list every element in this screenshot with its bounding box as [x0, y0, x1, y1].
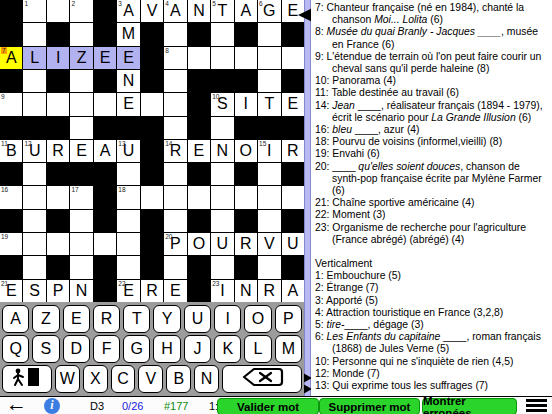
grid-cell-r11c3[interactable] [47, 233, 69, 255]
validate-word-button[interactable]: Valider mot [217, 398, 319, 414]
key-U[interactable]: U [184, 305, 211, 333]
grid-cell-r4c3 [47, 70, 69, 92]
clue-number: 22: [315, 209, 332, 220]
grid-cell-r8c6[interactable] [117, 163, 139, 185]
cell-letter: E [287, 96, 298, 112]
clue-number: 13: [315, 380, 332, 391]
grid-cell-r3c7 [141, 47, 163, 69]
grid-cell-r13c8[interactable]: E [164, 280, 186, 302]
grid-cell-r8c9 [188, 163, 210, 185]
clue-down-2[interactable]: 2: Étrange (7) [315, 282, 550, 294]
key-O[interactable]: O [244, 305, 271, 333]
grid-cell-r5c8[interactable] [164, 93, 186, 115]
grid-cell-r3c9[interactable] [188, 47, 210, 69]
cell-letter: A [241, 3, 252, 19]
back-arrow-icon[interactable]: ← [6, 395, 27, 412]
grid-cell-r8c1 [0, 163, 22, 185]
clue-across-11[interactable]: 11: Table destinée au travail (6) [315, 87, 550, 99]
crossword-app: 123AV4AN5TA6GEM7ALIZEE8N9E10SITE11B12URE… [0, 0, 552, 414]
grid-cell-r6c12 [258, 117, 280, 139]
grid-cell-r11c1[interactable]: 19 [0, 233, 22, 255]
cell-number: 7 [1, 47, 7, 54]
clue-down-13[interactable]: 13: Qui exprime tous les suffrages (7) [315, 380, 550, 392]
cell-number: 8 [165, 47, 169, 54]
clue-down-4[interactable]: 4: Attraction touristique en France (3,2… [315, 307, 550, 319]
cell-letter: U [217, 236, 229, 252]
clue-panel: 7: Chanteur française (né en 1984), chan… [311, 0, 552, 396]
grid-cell-r2c8[interactable] [164, 23, 186, 45]
crossword-grid: 123AV4AN5TA6GEM7ALIZEE8N9E10SITE11B12URE… [0, 0, 304, 302]
grid-cell-r4c12[interactable] [258, 70, 280, 92]
cell-number: 22 [118, 280, 125, 287]
grid-cell-r9c4[interactable]: 17 [70, 186, 92, 208]
grid-cell-r2c9 [188, 23, 210, 45]
cell-letter: R [240, 236, 252, 252]
cell-letter: T [264, 96, 274, 112]
clue-across-14[interactable]: 14: Jean ____, réalisateur français (189… [315, 100, 550, 124]
cell-letter: E [194, 143, 205, 159]
key-A[interactable]: A [2, 305, 29, 333]
grid-cell-r5c4[interactable] [70, 93, 92, 115]
key-V[interactable]: V [138, 365, 163, 393]
grid-cell-r6c6 [117, 117, 139, 139]
difficulty-level: D3 [90, 397, 104, 414]
grid-cell-r9c7[interactable] [141, 186, 163, 208]
key-N[interactable]: N [194, 365, 219, 393]
cell-letter: I [56, 50, 60, 66]
clue-number: 6: [315, 331, 327, 342]
grid-cell-r13c9 [188, 280, 210, 302]
clue-number: 5: [315, 319, 327, 330]
grid-cell-r4c6[interactable]: N [117, 70, 139, 92]
cell-number: 23 [212, 280, 219, 287]
grid-cell-r2c12[interactable] [258, 23, 280, 45]
clue-across-18[interactable]: 18: Pourvu de voisins (informel,vieilli)… [315, 136, 550, 148]
grid-cell-r12c6[interactable] [117, 256, 139, 278]
key-Q[interactable]: Q [2, 335, 29, 363]
cell-letter: E [76, 143, 87, 159]
clue-across-9[interactable]: 9: L'étendue de terrain où l'on peut fai… [315, 51, 550, 75]
grid-cell-r12c8[interactable] [164, 256, 186, 278]
grid-cell-r8c8[interactable] [164, 163, 186, 185]
grid-cell-r3c13[interactable] [282, 47, 304, 69]
clue-down-6[interactable]: 6: Les Enfants du capitaine ____, roman … [315, 331, 550, 355]
grid-cell-r9c9[interactable] [188, 186, 210, 208]
cell-letter: N [217, 143, 229, 159]
cell-letter: A [6, 50, 17, 66]
info-icon[interactable]: i [44, 398, 60, 414]
cell-letter: O [240, 143, 252, 159]
grid-cell-r6c7 [141, 117, 163, 139]
grid-cell-r2c6[interactable]: M [117, 23, 139, 45]
grid-cell-r8c7 [141, 163, 163, 185]
clue-number: 12: [315, 368, 332, 379]
grid-cell-r8c10[interactable] [211, 163, 233, 185]
clue-number: 3: [315, 295, 326, 306]
grid-cell-r11c6[interactable] [117, 233, 139, 255]
grid-cell-r4c5 [94, 70, 116, 92]
grid-cell-r2c4[interactable] [70, 23, 92, 45]
show-errors-button[interactable]: Montrer erronées [422, 398, 517, 414]
cell-letter: P [53, 283, 64, 299]
cell-letter: E [100, 50, 111, 66]
clue-across-21[interactable]: 21: Chaîne sportive américaine (4) [315, 197, 550, 209]
cell-letter: I [220, 283, 224, 299]
grid-cell-r3c4[interactable]: Z [70, 47, 92, 69]
clue-number: 8: [315, 26, 327, 37]
grid-cell-r2c13 [282, 23, 304, 45]
cell-letter: N [123, 73, 135, 89]
grid-cell-r3c12[interactable] [258, 47, 280, 69]
cell-letter: I [267, 143, 271, 159]
grid-cell-r10c9 [188, 210, 210, 232]
grid-cell-r4c9 [188, 70, 210, 92]
clue-number: 9: [315, 51, 327, 62]
puzzle-number: #177 [164, 397, 188, 414]
cell-number: 2 [71, 0, 75, 7]
cell-number: 10 [212, 93, 219, 100]
cell-number: 3 [118, 0, 122, 7]
grid-cell-r5c12[interactable]: T [258, 93, 280, 115]
key-E[interactable]: E [63, 305, 90, 333]
grid-cell-r11c9[interactable]: O [188, 233, 210, 255]
grid-cell-r7c1[interactable]: 11B [0, 140, 22, 162]
grid-cell-r2c5 [94, 23, 116, 45]
grid-cell-r2c10[interactable] [211, 23, 233, 45]
grid-cell-r9c13[interactable] [282, 186, 304, 208]
clue-down-10[interactable]: 10: Personne qui ne s'inquiète de rien (… [315, 356, 550, 368]
grid-cell-r12c13 [282, 256, 304, 278]
grid-cell-r3c11[interactable] [235, 47, 257, 69]
grid-cell-r4c8[interactable] [164, 70, 186, 92]
grid-cell-r4c10 [211, 70, 233, 92]
cell-letter: R [146, 283, 158, 299]
keyboard-row-2: QSDFGHJKLM [0, 335, 304, 363]
clue-number: 1: [315, 270, 327, 281]
clue-across-7[interactable]: 7: Chanteur française (né en 1984), chan… [315, 2, 550, 26]
key-Y[interactable]: Y [153, 305, 180, 333]
clue-across-10[interactable]: 10: Panorama (4) [315, 75, 550, 87]
cell-letter: A [287, 283, 298, 299]
grid-cell-r11c4[interactable] [70, 233, 92, 255]
grid-cell-r12c5 [94, 256, 116, 278]
grid-cell-r5c3[interactable] [47, 93, 69, 115]
menu-icon[interactable] [526, 399, 547, 412]
cell-letter: N [76, 283, 88, 299]
grid-cell-r1c6[interactable]: 3A [117, 0, 139, 22]
grid-cell-r2c1 [0, 23, 22, 45]
grid-cell-r13c3[interactable]: P [47, 280, 69, 302]
clue-number: 10: [315, 75, 332, 86]
key-J[interactable]: J [184, 335, 211, 363]
grid-cell-r1c11[interactable]: A [235, 0, 257, 22]
grid-cell-r12c2[interactable] [23, 256, 45, 278]
key-D[interactable]: D [63, 335, 90, 363]
grid-cell-r1c12[interactable]: 6G [258, 0, 280, 22]
key-S[interactable]: S [32, 335, 59, 363]
grid-cell-r13c11[interactable]: N [235, 280, 257, 302]
cell-number: 12 [24, 140, 31, 147]
grid-cell-r9c8[interactable] [164, 186, 186, 208]
clue-number: 11: [315, 87, 331, 98]
grid-cell-r6c9 [188, 117, 210, 139]
cell-letter: E [287, 3, 298, 19]
cell-letter: R [264, 283, 276, 299]
grid-cell-r13c6[interactable]: 22E [117, 280, 139, 302]
cell-letter: N [193, 3, 205, 19]
key-B[interactable]: B [166, 365, 191, 393]
grid-cell-r12c10[interactable] [211, 256, 233, 278]
clue-panel-scrollbar[interactable] [304, 0, 311, 396]
grid-cell-r12c1 [0, 256, 22, 278]
grid-cell-r8c2[interactable] [23, 163, 45, 185]
cell-letter: E [123, 50, 134, 66]
key-X[interactable]: X [83, 365, 108, 393]
clue-number: 21: [315, 197, 332, 208]
grid-cell-r9c2[interactable] [23, 186, 45, 208]
cell-letter: E [123, 96, 134, 112]
cell-letter: T [217, 3, 227, 19]
cell-number: 15 [259, 140, 266, 147]
clue-number: 7: [315, 2, 327, 13]
grid-cell-r10c1 [0, 210, 22, 232]
cell-number: 21 [1, 280, 8, 287]
grid-cell-r10c8[interactable] [164, 210, 186, 232]
grid-cell-r12c3 [47, 256, 69, 278]
grid-cell-r5c2[interactable] [23, 93, 45, 115]
cell-letter: U [287, 236, 299, 252]
clue-across-22[interactable]: 22: Moment (3) [315, 209, 550, 221]
cell-number: 6 [259, 0, 263, 7]
grid-cell-r9c5 [94, 186, 116, 208]
grid-cell-r7c13[interactable]: R [282, 140, 304, 162]
grid-cell-r6c1 [0, 117, 22, 139]
grid-cell-r11c12[interactable]: V [258, 233, 280, 255]
grid-cell-r9c6[interactable]: 18 [117, 186, 139, 208]
grid-cell-r1c7[interactable]: V [141, 0, 163, 22]
cell-number: 9 [1, 93, 5, 100]
grid-cell-r13c4[interactable]: N [70, 280, 92, 302]
grid-cell-r4c2[interactable] [23, 70, 45, 92]
cell-number: 4 [165, 0, 169, 7]
grid-cell-r8c5 [94, 163, 116, 185]
grid-cell-r3c8[interactable]: 8 [164, 47, 186, 69]
grid-cell-r9c1[interactable]: 16 [0, 186, 22, 208]
backspace-icon [240, 366, 284, 392]
key-P[interactable]: P [275, 305, 302, 333]
clue-down-3[interactable]: 3: Apporté (5) [315, 295, 550, 307]
clue-number: 16: [315, 124, 332, 135]
grid-cell-r6c8[interactable] [164, 117, 186, 139]
grid-cell-r3c1[interactable]: 7A [0, 47, 22, 69]
grid-cell-r12c12[interactable] [258, 256, 280, 278]
cell-number: 11 [1, 140, 8, 147]
clue-down-1[interactable]: 1: Embouchure (5) [315, 270, 550, 282]
grid-cell-r13c13[interactable]: A [282, 280, 304, 302]
grid-cell-r5c1[interactable]: 9 [0, 93, 22, 115]
cell-letter: L [30, 50, 39, 66]
grid-cell-r1c8[interactable]: 4A [164, 0, 186, 22]
grid-cell-r1c3[interactable] [47, 0, 69, 22]
grid-cell-r7c3[interactable]: R [47, 140, 69, 162]
cell-letter: N [240, 283, 252, 299]
cell-number: 20 [165, 233, 172, 240]
grid-cell-r5c6[interactable]: E [117, 93, 139, 115]
grid-cell-r2c11 [235, 23, 257, 45]
cell-number: 18 [118, 186, 125, 193]
cell-letter: G [263, 3, 275, 19]
key-M[interactable]: M [275, 335, 302, 363]
key-W[interactable]: W [55, 365, 80, 393]
key-backspace[interactable] [222, 365, 302, 393]
grid-cell-r11c8[interactable]: 20P [164, 233, 186, 255]
cell-letter: A [100, 143, 111, 159]
grid-cell-r13c7[interactable]: R [141, 280, 163, 302]
key-K[interactable]: K [214, 335, 241, 363]
grid-cell-r10c5 [94, 210, 116, 232]
grid-cell-r13c1[interactable]: 21E [0, 280, 22, 302]
key-G[interactable]: G [123, 335, 150, 363]
grid-cell-r13c12[interactable]: R [258, 280, 280, 302]
grid-cell-r5c7[interactable] [141, 93, 163, 115]
grid-cell-r5c13[interactable]: E [282, 93, 304, 115]
grid-cell-r10c7 [141, 210, 163, 232]
cell-number: 13 [118, 140, 125, 147]
grid-cell-r3c10[interactable] [211, 47, 233, 69]
grid-cell-r10c13 [282, 210, 304, 232]
grid-cell-r5c11[interactable]: I [235, 93, 257, 115]
grid-cell-r7c8[interactable]: 14R [164, 140, 186, 162]
clue-down-5[interactable]: 5: tire-____, dégage (3) [315, 319, 550, 331]
grid-cell-r7c12[interactable]: 15I [258, 140, 280, 162]
grid-cell-r7c4[interactable]: E [70, 140, 92, 162]
clue-across-20[interactable]: 20: ____ qu'elles soient douces, chanson… [315, 161, 550, 198]
grid-cell-r4c13 [282, 70, 304, 92]
grid-cell-r11c10[interactable]: U [211, 233, 233, 255]
cell-letter: A [170, 3, 181, 19]
grid-cell-r8c12[interactable] [258, 163, 280, 185]
grid-cell-r13c10[interactable]: 23I [211, 280, 233, 302]
grid-cell-r2c2[interactable] [23, 23, 45, 45]
down-clue-list: 1: Embouchure (5)2: Étrange (7)3: Apport… [315, 270, 550, 392]
grid-cell-r1c1 [0, 0, 22, 22]
clue-down-12[interactable]: 12: Monde (7) [315, 368, 550, 380]
grid-cell-r11c2[interactable] [23, 233, 45, 255]
grid-cell-r6c10[interactable] [211, 117, 233, 139]
cell-letter: V [264, 236, 275, 252]
grid-cell-r7c7 [141, 140, 163, 162]
grid-cell-r6c4[interactable] [70, 117, 92, 139]
grid-cell-r13c2[interactable]: S [23, 280, 45, 302]
grid-cell-r3c3[interactable]: I [47, 47, 69, 69]
grid-cell-r1c5 [94, 0, 116, 22]
grid-cell-r7c11[interactable]: O [235, 140, 257, 162]
grid-cell-r9c12[interactable] [258, 186, 280, 208]
azerty-keyboard: AZERTYUIOP QSDFGHJKLM WXCVBN [0, 302, 304, 396]
grid-cell-r12c11 [235, 256, 257, 278]
grid-cell-r1c4[interactable]: 2 [70, 0, 92, 22]
grid-cell-r5c9 [188, 93, 210, 115]
grid-cell-r7c2[interactable]: 12U [23, 140, 45, 162]
clue-number: 19: [315, 148, 332, 159]
grid-cell-r12c9 [188, 256, 210, 278]
exit-icon [10, 367, 44, 391]
grid-cell-r3c5[interactable]: E [94, 47, 116, 69]
key-R[interactable]: R [93, 305, 120, 333]
grid-cell-r1c10[interactable]: 5T [211, 0, 233, 22]
grid-cell-r4c4[interactable] [70, 70, 92, 92]
grid-cell-r10c2[interactable] [23, 210, 45, 232]
grid-cell-r10c4[interactable] [70, 210, 92, 232]
clue-number: 2: [315, 282, 327, 293]
clue-across-23[interactable]: 23: Organisme de recherche pour l'agricu… [315, 222, 550, 246]
grid-cell-r4c1 [0, 70, 22, 92]
grid-cell-r8c13 [282, 163, 304, 185]
key-H[interactable]: H [153, 335, 180, 363]
grid-cell-r6c2 [23, 117, 45, 139]
key-F[interactable]: F [93, 335, 120, 363]
clue-number: 10: [315, 356, 332, 367]
keyboard-row-3: WXCVBN [0, 365, 304, 393]
key-I[interactable]: I [214, 305, 241, 333]
grid-cell-r9c11[interactable] [235, 186, 257, 208]
grid-cell-r2c7 [141, 23, 163, 45]
grid-cell-r9c3[interactable] [47, 186, 69, 208]
grid-cell-r6c13 [282, 117, 304, 139]
delete-word-button[interactable]: Supprimer mot [319, 398, 420, 414]
grid-cell-r7c6[interactable]: 13U [117, 140, 139, 162]
key-exit[interactable] [2, 365, 52, 393]
cell-letter: I [244, 96, 248, 112]
grid-cell-r5c5[interactable] [94, 93, 116, 115]
grid-cell-r11c5[interactable] [94, 233, 116, 255]
grid-cell-r11c11[interactable]: R [235, 233, 257, 255]
cell-letter: S [29, 283, 40, 299]
clue-number: 20: [315, 161, 332, 172]
cell-number: 19 [1, 233, 8, 240]
clue-number: 23: [315, 222, 332, 233]
clue-across-19[interactable]: 19: Envahi (6) [315, 148, 550, 160]
grid-cell-r6c5 [94, 117, 116, 139]
grid-cell-r5c10[interactable]: 10S [211, 93, 233, 115]
grid-cell-r12c4[interactable] [70, 256, 92, 278]
grid-cell-r11c13[interactable]: U [282, 233, 304, 255]
grid-cell-r10c10[interactable] [211, 210, 233, 232]
grid-cell-r1c2[interactable]: 1 [23, 0, 45, 22]
grid-cell-r4c11 [235, 70, 257, 92]
grid-cell-r3c2[interactable]: L [23, 47, 45, 69]
key-L[interactable]: L [244, 335, 271, 363]
grid-cell-r12c7 [141, 256, 163, 278]
grid-cell-r10c12[interactable] [258, 210, 280, 232]
grid-cell-r6c11 [235, 117, 257, 139]
grid-cell-r7c9[interactable]: E [188, 140, 210, 162]
grid-cell-r10c6[interactable] [117, 210, 139, 232]
clue-across-8[interactable]: 8: Musée du quai Branly - Jacques ____, … [315, 26, 550, 50]
grid-cell-r3c6[interactable]: E [117, 47, 139, 69]
grid-cell-r7c5[interactable]: A [94, 140, 116, 162]
cell-letter: R [52, 143, 64, 159]
grid-cell-r10c11 [235, 210, 257, 232]
key-C[interactable]: C [111, 365, 136, 393]
cell-letter: V [147, 3, 158, 19]
grid-cell-r7c10[interactable]: N [211, 140, 233, 162]
clue-across-16[interactable]: 16: bleu ____, azur (4) [315, 124, 550, 136]
key-T[interactable]: T [123, 305, 150, 333]
key-Z[interactable]: Z [32, 305, 59, 333]
grid-cell-r1c9[interactable]: N [188, 0, 210, 22]
grid-cell-r9c10[interactable] [211, 186, 233, 208]
